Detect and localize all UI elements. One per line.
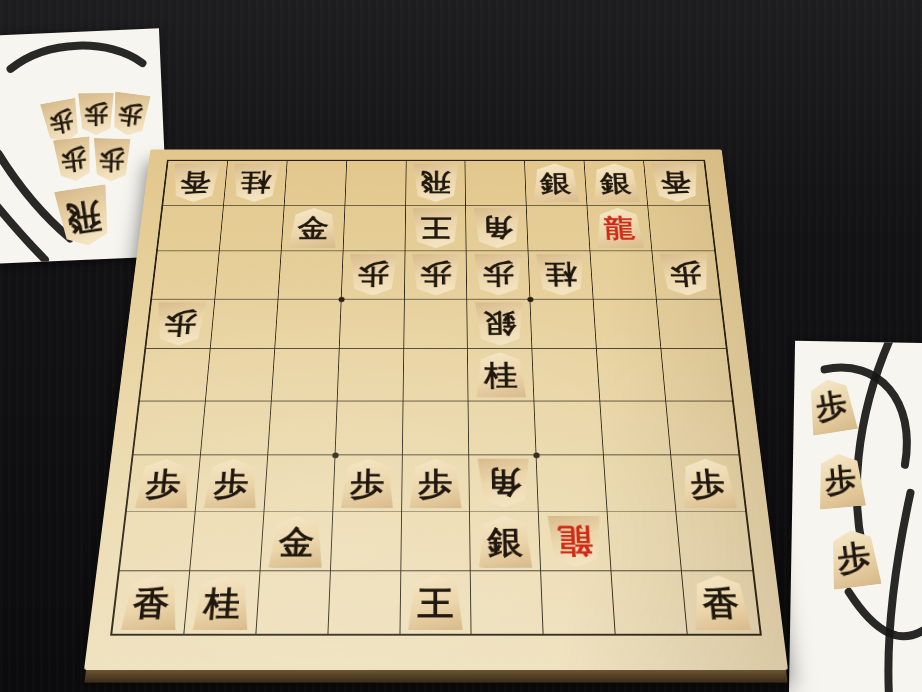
piece-o-king[interactable]: 王: [411, 208, 460, 248]
board-cell[interactable]: 歩: [402, 456, 471, 513]
board-cell[interactable]: 香: [112, 572, 190, 634]
board-cell[interactable]: [597, 349, 666, 401]
piece-kin-gold[interactable]: 金: [288, 208, 338, 248]
board-cell[interactable]: 香: [163, 161, 228, 205]
piece-glyph: 歩: [357, 261, 389, 287]
board-cell[interactable]: 香: [682, 572, 760, 634]
piece-glyph: 角: [481, 215, 513, 240]
board-cell[interactable]: [533, 349, 601, 401]
board-cell[interactable]: [343, 205, 405, 251]
piece-ryu-dragon[interactable]: 龍: [546, 516, 604, 567]
piece-kin-gold[interactable]: 金: [267, 516, 325, 567]
piece-fu-pawn[interactable]: 歩: [340, 459, 395, 508]
piece-hisha-rook[interactable]: 飛: [412, 164, 460, 202]
star-point: [534, 453, 541, 459]
board-cell[interactable]: [604, 456, 676, 513]
board-cell[interactable]: [600, 401, 671, 455]
board-cell[interactable]: [275, 299, 341, 349]
piece-kaku-bishop[interactable]: 角: [476, 459, 531, 508]
board-cell[interactable]: 歩: [146, 299, 215, 349]
piece-fu-pawn[interactable]: 歩: [408, 459, 462, 508]
board-cell[interactable]: [278, 251, 343, 299]
board-cell[interactable]: [648, 205, 714, 251]
board-cell[interactable]: [211, 299, 279, 349]
board-cell[interactable]: [608, 512, 682, 571]
board-cell[interactable]: [537, 456, 608, 513]
board-cell[interactable]: 歩: [467, 251, 531, 299]
piece-glyph: 歩: [482, 261, 514, 287]
board-cell[interactable]: [466, 161, 527, 205]
piece-kyo-lance[interactable]: 香: [120, 575, 182, 630]
piece-kei-knight[interactable]: 桂: [230, 164, 280, 202]
board-cell[interactable]: [331, 512, 402, 571]
board-cell[interactable]: 香: [644, 161, 709, 205]
piece-fu-pawn[interactable]: 歩: [203, 459, 261, 508]
board-cell[interactable]: 歩: [404, 251, 467, 299]
board-cell[interactable]: 銀: [585, 161, 649, 205]
piece-kyo-lance[interactable]: 香: [650, 164, 702, 202]
piece-kei-knight[interactable]: 桂: [535, 254, 586, 296]
piece-kei-knight[interactable]: 桂: [475, 352, 528, 397]
piece-fu-pawn[interactable]: 歩: [411, 254, 461, 296]
board-cell[interactable]: [469, 401, 537, 455]
piece-glyph: 歩: [418, 468, 453, 499]
board-cell[interactable]: [535, 401, 604, 455]
board-cell[interactable]: 銀: [468, 299, 533, 349]
board-cell[interactable]: [337, 349, 403, 401]
board-cell[interactable]: [215, 251, 281, 299]
board-cell[interactable]: [152, 251, 220, 299]
board-cell[interactable]: [120, 512, 196, 571]
board-cell[interactable]: [471, 572, 544, 634]
piece-glyph: 香: [179, 170, 212, 194]
shogi-board: 香桂飛銀銀香金王角龍歩歩歩桂歩歩銀桂歩歩歩歩角歩金銀龍香桂王香: [84, 150, 788, 670]
piece-glyph: 金: [297, 216, 329, 241]
piece-glyph: 銀: [600, 171, 632, 195]
board-cell[interactable]: 歩: [333, 456, 402, 513]
board-cell[interactable]: [403, 349, 469, 401]
board-cell[interactable]: [531, 299, 597, 349]
piece-ryu-dragon[interactable]: 龍: [594, 208, 645, 248]
piece-glyph: 歩: [669, 261, 703, 287]
board-cell[interactable]: [206, 349, 275, 401]
board-cell[interactable]: [612, 572, 688, 634]
sente-captured-tray: 歩歩歩: [789, 341, 922, 692]
board-cell[interactable]: [220, 205, 285, 251]
board-cell[interactable]: [284, 161, 346, 205]
board-cell[interactable]: [133, 401, 205, 455]
board-cell[interactable]: [404, 299, 468, 349]
piece-fu-pawn[interactable]: 歩: [348, 254, 398, 296]
board-cell[interactable]: [264, 456, 335, 513]
piece-gin-silver[interactable]: 銀: [531, 164, 580, 202]
piece-fu-pawn[interactable]: 歩: [473, 254, 523, 296]
piece-gin-silver[interactable]: 銀: [591, 164, 641, 202]
board-cell[interactable]: 桂: [468, 349, 534, 401]
board-cell[interactable]: 王: [400, 572, 472, 634]
board-cell[interactable]: 銀: [525, 161, 587, 205]
board-cell[interactable]: 歩: [671, 456, 745, 513]
piece-gin-silver[interactable]: 銀: [477, 516, 533, 567]
board-cell[interactable]: [677, 512, 753, 571]
board-cell[interactable]: 歩: [341, 251, 405, 299]
board-cell[interactable]: [328, 572, 401, 634]
board-cell[interactable]: 歩: [652, 251, 720, 299]
board-cell[interactable]: [661, 349, 732, 401]
board-cell[interactable]: 角: [470, 456, 539, 513]
board-cell[interactable]: 角: [466, 205, 528, 251]
board-cell[interactable]: 飛: [406, 161, 467, 205]
piece-glyph: 王: [420, 215, 451, 240]
piece-glyph: 龍: [603, 216, 636, 241]
piece-glyph: 香: [701, 586, 741, 620]
board-cell[interactable]: 龍: [539, 512, 612, 571]
board-cell[interactable]: 桂: [224, 161, 288, 205]
board-cell[interactable]: [594, 299, 662, 349]
piece-kyo-lance[interactable]: 香: [689, 575, 752, 630]
board-cell[interactable]: [339, 299, 404, 349]
board-cell[interactable]: 金: [281, 205, 345, 251]
board-cell[interactable]: [541, 572, 615, 634]
piece-glyph: 銀: [487, 526, 523, 559]
board-cell[interactable]: [527, 205, 591, 251]
piece-kei-knight[interactable]: 桂: [192, 575, 252, 630]
board-cell[interactable]: [271, 349, 339, 401]
piece-glyph: 龍: [556, 524, 593, 556]
board-cell[interactable]: [140, 349, 211, 401]
board-cell[interactable]: [591, 251, 657, 299]
board-cell[interactable]: [657, 299, 726, 349]
board-cell[interactable]: 金: [260, 512, 333, 571]
board-grid: 香桂飛銀銀香金王角龍歩歩歩桂歩歩銀桂歩歩歩歩角歩金銀龍香桂王香: [110, 160, 762, 636]
board-cell[interactable]: [666, 401, 738, 455]
board-cell[interactable]: 桂: [529, 251, 594, 299]
piece-glyph: 歩: [350, 468, 385, 499]
piece-glyph: 香: [660, 170, 693, 194]
board-cell[interactable]: 龍: [588, 205, 653, 251]
piece-glyph: 桂: [239, 170, 271, 194]
piece-glyph: 銀: [540, 171, 572, 195]
board-cell[interactable]: 歩: [127, 456, 201, 513]
piece-glyph: 金: [278, 526, 315, 559]
piece-glyph: 銀: [483, 309, 516, 336]
board-cell[interactable]: [268, 401, 337, 455]
piece-fu-pawn[interactable]: 歩: [153, 302, 208, 345]
piece-glyph: 歩: [145, 468, 183, 499]
piece-glyph: 桂: [544, 261, 577, 287]
marker-drawing: [789, 341, 922, 692]
board-cell[interactable]: [335, 401, 403, 455]
piece-gin-silver[interactable]: 銀: [474, 302, 525, 345]
piece-glyph: 角: [486, 467, 521, 498]
board-cell[interactable]: [256, 572, 330, 634]
board-cell[interactable]: 桂: [184, 572, 260, 634]
board-cell[interactable]: [401, 512, 471, 571]
piece-fu-pawn[interactable]: 歩: [659, 254, 713, 296]
board-cell[interactable]: [190, 512, 264, 571]
board-cell[interactable]: 王: [405, 205, 467, 251]
board-cell[interactable]: [345, 161, 406, 205]
piece-glyph: 桂: [203, 586, 242, 620]
piece-glyph: 歩: [689, 468, 727, 499]
piece-glyph: 歩: [420, 261, 452, 287]
piece-glyph: 飛: [420, 170, 451, 194]
board-cell[interactable]: [402, 401, 469, 455]
piece-glyph: 桂: [484, 361, 518, 390]
piece-kaku-bishop[interactable]: 角: [472, 208, 521, 248]
board-cell[interactable]: 銀: [470, 512, 541, 571]
star-point: [528, 297, 534, 302]
piece-kyo-lance[interactable]: 香: [170, 164, 221, 202]
board-cell[interactable]: [158, 205, 224, 251]
board-cell[interactable]: 歩: [195, 456, 267, 513]
piece-glyph: 歩: [213, 468, 250, 499]
piece-glyph: 歩: [163, 309, 198, 336]
piece-o-king[interactable]: 王: [407, 575, 464, 630]
piece-fu-pawn[interactable]: 歩: [134, 459, 193, 508]
piece-fu-pawn[interactable]: 歩: [678, 459, 738, 508]
board-wood: 香桂飛銀銀香金王角龍歩歩歩桂歩歩銀桂歩歩歩歩角歩金銀龍香桂王香: [84, 150, 788, 670]
piece-glyph: 王: [417, 586, 453, 620]
board-cell[interactable]: [201, 401, 272, 455]
piece-glyph: 香: [131, 586, 171, 620]
